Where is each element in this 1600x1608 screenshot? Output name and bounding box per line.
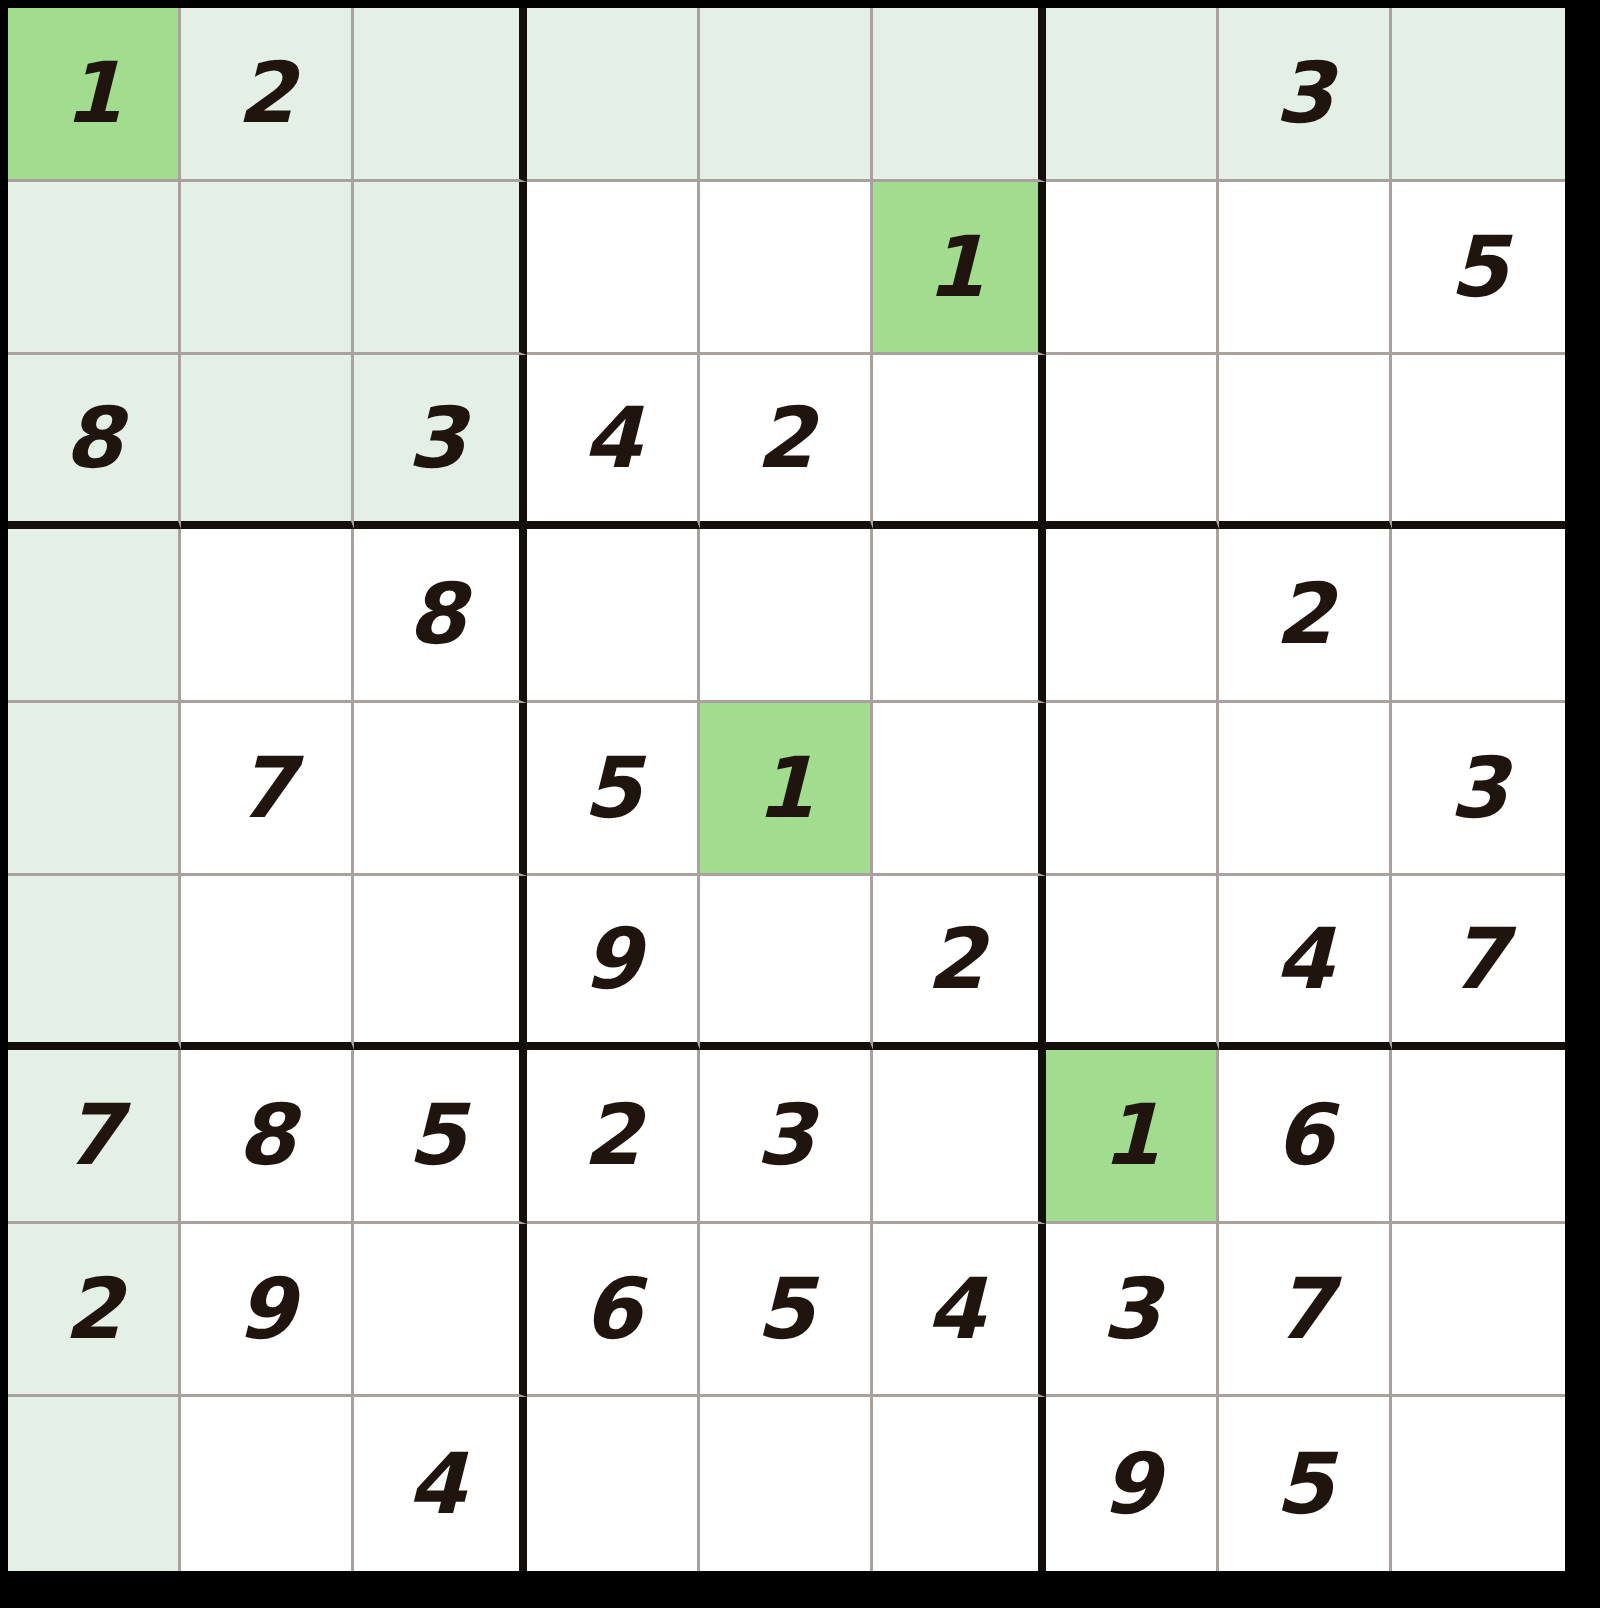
cell-r4c8[interactable]: 2	[1219, 529, 1392, 703]
cell-r9c2[interactable]	[181, 1397, 354, 1571]
cell-r3c6[interactable]	[873, 355, 1046, 529]
cell-r4c6[interactable]	[873, 529, 1046, 703]
cell-r9c9[interactable]	[1392, 1397, 1565, 1571]
sudoku-app: 123158342827513924778523162965437495	[0, 0, 1600, 1608]
cell-r1c5[interactable]	[700, 8, 873, 182]
cell-r1c4[interactable]	[527, 8, 700, 182]
cell-r2c6[interactable]: 1	[873, 182, 1046, 356]
cell-r5c4[interactable]: 5	[527, 703, 700, 877]
cell-r5c5[interactable]: 1	[700, 703, 873, 877]
cell-r8c1[interactable]: 2	[8, 1224, 181, 1398]
cell-r7c7[interactable]: 1	[1046, 1050, 1219, 1224]
cell-r1c8[interactable]: 3	[1219, 8, 1392, 182]
cell-r4c2[interactable]	[181, 529, 354, 703]
cell-r8c7[interactable]: 3	[1046, 1224, 1219, 1398]
cell-r3c1[interactable]: 8	[8, 355, 181, 529]
cell-r3c8[interactable]	[1219, 355, 1392, 529]
cell-r6c8[interactable]: 4	[1219, 876, 1392, 1050]
cell-r2c3[interactable]	[354, 182, 527, 356]
cell-r2c8[interactable]	[1219, 182, 1392, 356]
cell-r3c2[interactable]	[181, 355, 354, 529]
cell-r7c9[interactable]	[1392, 1050, 1565, 1224]
cell-r5c6[interactable]	[873, 703, 1046, 877]
cell-r9c3[interactable]: 4	[354, 1397, 527, 1571]
cell-r5c2[interactable]: 7	[181, 703, 354, 877]
cell-r5c8[interactable]	[1219, 703, 1392, 877]
cell-r8c8[interactable]: 7	[1219, 1224, 1392, 1398]
cell-r7c4[interactable]: 2	[527, 1050, 700, 1224]
cell-r2c5[interactable]	[700, 182, 873, 356]
cell-r4c3[interactable]: 8	[354, 529, 527, 703]
cell-r2c7[interactable]	[1046, 182, 1219, 356]
cell-r4c5[interactable]	[700, 529, 873, 703]
cell-r9c5[interactable]	[700, 1397, 873, 1571]
cell-r6c3[interactable]	[354, 876, 527, 1050]
cell-r2c2[interactable]	[181, 182, 354, 356]
cell-r8c3[interactable]	[354, 1224, 527, 1398]
board-frame: 123158342827513924778523162965437495	[0, 0, 1600, 1608]
cell-r1c9[interactable]	[1392, 8, 1565, 182]
cell-r6c7[interactable]	[1046, 876, 1219, 1050]
cell-r6c9[interactable]: 7	[1392, 876, 1565, 1050]
cell-r5c1[interactable]	[8, 703, 181, 877]
cell-r8c4[interactable]: 6	[527, 1224, 700, 1398]
cell-r6c1[interactable]	[8, 876, 181, 1050]
cell-r4c7[interactable]	[1046, 529, 1219, 703]
cell-r3c4[interactable]: 4	[527, 355, 700, 529]
cell-r7c1[interactable]: 7	[8, 1050, 181, 1224]
cell-r2c1[interactable]	[8, 182, 181, 356]
cell-r6c5[interactable]	[700, 876, 873, 1050]
cell-r7c2[interactable]: 8	[181, 1050, 354, 1224]
cell-r1c7[interactable]	[1046, 8, 1219, 182]
cell-r1c1[interactable]: 1	[8, 8, 181, 182]
cell-r7c8[interactable]: 6	[1219, 1050, 1392, 1224]
cell-r7c3[interactable]: 5	[354, 1050, 527, 1224]
cell-r6c6[interactable]: 2	[873, 876, 1046, 1050]
cell-r8c9[interactable]	[1392, 1224, 1565, 1398]
cell-r3c3[interactable]: 3	[354, 355, 527, 529]
cell-r9c4[interactable]	[527, 1397, 700, 1571]
cell-r3c5[interactable]: 2	[700, 355, 873, 529]
cell-r2c4[interactable]	[527, 182, 700, 356]
cell-r9c8[interactable]: 5	[1219, 1397, 1392, 1571]
cell-r9c6[interactable]	[873, 1397, 1046, 1571]
cell-r9c7[interactable]: 9	[1046, 1397, 1219, 1571]
cell-r9c1[interactable]	[8, 1397, 181, 1571]
cell-r6c4[interactable]: 9	[527, 876, 700, 1050]
cell-r7c5[interactable]: 3	[700, 1050, 873, 1224]
cell-r5c3[interactable]	[354, 703, 527, 877]
cell-r3c9[interactable]	[1392, 355, 1565, 529]
cell-r4c4[interactable]	[527, 529, 700, 703]
cell-r6c2[interactable]	[181, 876, 354, 1050]
cell-r1c3[interactable]	[354, 8, 527, 182]
cell-r8c2[interactable]: 9	[181, 1224, 354, 1398]
cell-r2c9[interactable]: 5	[1392, 182, 1565, 356]
cell-r7c6[interactable]	[873, 1050, 1046, 1224]
cell-r1c2[interactable]: 2	[181, 8, 354, 182]
sudoku-board: 123158342827513924778523162965437495	[8, 8, 1565, 1571]
cell-r8c6[interactable]: 4	[873, 1224, 1046, 1398]
cell-r8c5[interactable]: 5	[700, 1224, 873, 1398]
cell-r4c9[interactable]	[1392, 529, 1565, 703]
cell-r5c9[interactable]: 3	[1392, 703, 1565, 877]
cell-r1c6[interactable]	[873, 8, 1046, 182]
cell-r3c7[interactable]	[1046, 355, 1219, 529]
cell-r4c1[interactable]	[8, 529, 181, 703]
cell-r5c7[interactable]	[1046, 703, 1219, 877]
